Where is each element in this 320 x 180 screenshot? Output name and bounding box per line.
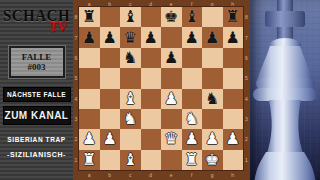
square-e7 (161, 27, 182, 47)
chess-board-frame: abcdefgh abcdefgh 87654321 87654321 ♜♝♚♝… (73, 0, 250, 180)
square-d5 (141, 68, 162, 88)
black-bishop: ♝ (123, 9, 137, 25)
rank-label-6: 6 (243, 48, 250, 68)
square-h3 (223, 109, 244, 129)
black-queen: ♛ (123, 29, 137, 45)
square-d4 (141, 89, 162, 109)
square-h5 (223, 68, 244, 88)
file-labels-top: abcdefgh (79, 0, 243, 7)
white-pawn: ♟ (185, 131, 199, 147)
white-pawn: ♟ (164, 90, 178, 106)
square-a5 (79, 68, 100, 88)
square-h7: ♟ (223, 27, 244, 47)
file-label-h: h (223, 0, 244, 7)
file-label-a: a (79, 170, 100, 180)
file-labels-bottom: abcdefgh (79, 170, 243, 180)
channel-logo: SCHACH TV (0, 7, 73, 39)
black-pawn: ♟ (82, 29, 96, 45)
file-label-g: g (202, 0, 223, 7)
square-a4 (79, 89, 100, 109)
square-c6: ♞ (120, 48, 141, 68)
white-pawn: ♟ (205, 131, 219, 147)
king-panel (250, 0, 320, 180)
sidebar: SCHACH TV FALLE #003 NÄCHSTE FALLE ZUM K… (0, 0, 73, 180)
black-bishop: ♝ (185, 9, 199, 25)
rank-label-5: 5 (243, 68, 250, 88)
square-d7: ♟ (141, 27, 162, 47)
white-rook: ♜ (185, 151, 199, 167)
white-queen: ♛ (164, 131, 178, 147)
square-a7: ♟ (79, 27, 100, 47)
square-g1: ♚ (202, 150, 223, 170)
square-h4 (223, 89, 244, 109)
episode-label: FALLE (11, 52, 63, 62)
black-pawn: ♟ (205, 29, 219, 45)
white-knight: ♞ (123, 111, 137, 127)
trap-name-label: SIBERIAN TRAP (7, 136, 65, 143)
file-label-b: b (100, 0, 121, 7)
square-d6 (141, 48, 162, 68)
square-b8 (100, 7, 121, 27)
square-d8 (141, 7, 162, 27)
rank-label-2: 2 (243, 129, 250, 149)
square-h1 (223, 150, 244, 170)
rank-label-1: 1 (243, 150, 250, 170)
square-b7: ♟ (100, 27, 121, 47)
white-bishop: ♝ (123, 151, 137, 167)
square-b2: ♟ (100, 129, 121, 149)
square-f5 (182, 68, 203, 88)
square-f7: ♟ (182, 27, 203, 47)
square-e2: ♛ (161, 129, 182, 149)
square-f4 (182, 89, 203, 109)
square-h8: ♜ (223, 7, 244, 27)
square-g2: ♟ (202, 129, 223, 149)
file-label-g: g (202, 170, 223, 180)
chess-board: ♜♝♚♝♜♟♟♛♟♟♟♟♞♟♝♟♞♞♞♟♟♛♟♟♟♜♝♜♚ (79, 7, 243, 170)
white-knight: ♞ (185, 111, 199, 127)
black-pawn: ♟ (103, 29, 117, 45)
square-c2 (120, 129, 141, 149)
square-c3: ♞ (120, 109, 141, 129)
square-b1 (100, 150, 121, 170)
black-king: ♚ (164, 9, 178, 25)
file-label-f: f (182, 170, 203, 180)
black-pawn: ♟ (226, 29, 240, 45)
episode-badge: FALLE #003 (9, 46, 65, 78)
square-d2 (141, 129, 162, 149)
file-label-e: e (161, 170, 182, 180)
square-g4: ♞ (202, 89, 223, 109)
square-c1: ♝ (120, 150, 141, 170)
file-label-c: c (120, 0, 141, 7)
white-pawn: ♟ (226, 131, 240, 147)
square-a8: ♜ (79, 7, 100, 27)
black-pawn: ♟ (144, 29, 158, 45)
square-e3 (161, 109, 182, 129)
file-label-c: c (120, 170, 141, 180)
file-label-f: f (182, 0, 203, 7)
rank-label-8: 8 (243, 7, 250, 27)
square-c5 (120, 68, 141, 88)
file-label-d: d (141, 170, 162, 180)
square-e6: ♟ (161, 48, 182, 68)
square-a3 (79, 109, 100, 129)
channel-button[interactable]: ZUM KANAL (3, 106, 71, 125)
square-f6 (182, 48, 203, 68)
file-label-h: h (223, 170, 244, 180)
white-pawn: ♟ (82, 131, 96, 147)
square-b4 (100, 89, 121, 109)
black-pawn: ♟ (164, 49, 178, 65)
white-king-3d-icon (250, 0, 320, 180)
square-a6 (79, 48, 100, 68)
square-e1 (161, 150, 182, 170)
square-f2: ♟ (182, 129, 203, 149)
file-label-e: e (161, 0, 182, 7)
square-a1: ♜ (79, 150, 100, 170)
black-rook: ♜ (82, 9, 96, 25)
next-trap-button[interactable]: NÄCHSTE FALLE (3, 87, 71, 102)
rank-label-7: 7 (243, 27, 250, 47)
thumbnail: SCHACH TV FALLE #003 NÄCHSTE FALLE ZUM K… (0, 0, 320, 180)
square-e4: ♟ (161, 89, 182, 109)
square-g3 (202, 109, 223, 129)
logo-tv-text: TV (49, 18, 68, 35)
square-c8: ♝ (120, 7, 141, 27)
square-g6 (202, 48, 223, 68)
square-b5 (100, 68, 121, 88)
black-knight: ♞ (123, 49, 137, 65)
square-b3 (100, 109, 121, 129)
square-f8: ♝ (182, 7, 203, 27)
black-rook: ♜ (226, 9, 240, 25)
square-b6 (100, 48, 121, 68)
square-d3 (141, 109, 162, 129)
rank-label-4: 4 (243, 89, 250, 109)
white-king: ♚ (205, 151, 219, 167)
file-label-b: b (100, 170, 121, 180)
square-h6 (223, 48, 244, 68)
square-d1 (141, 150, 162, 170)
square-f1: ♜ (182, 150, 203, 170)
rank-label-3: 3 (243, 109, 250, 129)
black-pawn: ♟ (185, 29, 199, 45)
square-f3: ♞ (182, 109, 203, 129)
square-h2: ♟ (223, 129, 244, 149)
rank-labels-right: 87654321 (243, 7, 250, 170)
white-rook: ♜ (82, 151, 96, 167)
white-pawn: ♟ (103, 131, 117, 147)
opening-name-label: -SIZILIANISCH- (7, 151, 66, 158)
file-label-d: d (141, 0, 162, 7)
white-bishop: ♝ (123, 90, 137, 106)
square-c4: ♝ (120, 89, 141, 109)
square-e8: ♚ (161, 7, 182, 27)
square-g5 (202, 68, 223, 88)
square-a2: ♟ (79, 129, 100, 149)
file-label-a: a (79, 0, 100, 7)
episode-number: #003 (11, 62, 63, 72)
square-c7: ♛ (120, 27, 141, 47)
square-e5 (161, 68, 182, 88)
black-knight: ♞ (205, 90, 219, 106)
square-g8 (202, 7, 223, 27)
square-g7: ♟ (202, 27, 223, 47)
